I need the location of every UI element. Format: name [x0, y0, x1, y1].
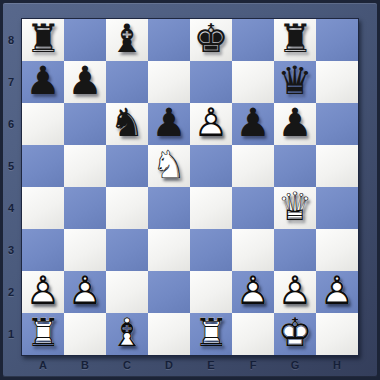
piece-white-pawn[interactable]: ♟♙ [22, 271, 64, 313]
piece-glyph-fill: ♟ [194, 103, 229, 142]
piece-glyph-solid: ♟ [236, 103, 271, 142]
square-a2[interactable]: ♟♙ [22, 271, 64, 313]
rank-label-1: 1 [2, 313, 20, 355]
square-d7[interactable] [148, 61, 190, 103]
file-label-b: B [64, 356, 106, 374]
square-h8[interactable] [316, 19, 358, 61]
piece-glyph-solid: ♞ [110, 103, 145, 142]
square-g5[interactable] [274, 145, 316, 187]
piece-black-king[interactable]: ♚ [190, 19, 232, 61]
square-b4[interactable] [64, 187, 106, 229]
piece-glyph-fill: ♜ [26, 313, 61, 352]
square-a1[interactable]: ♜♖ [22, 313, 64, 355]
square-b8[interactable] [64, 19, 106, 61]
square-f6[interactable]: ♟ [232, 103, 274, 145]
piece-glyph-fill: ♟ [236, 271, 271, 310]
piece-glyph-outline: ♖ [194, 313, 229, 352]
piece-glyph-outline: ♗ [110, 313, 145, 352]
square-c8[interactable]: ♝ [106, 19, 148, 61]
square-f2[interactable]: ♟♙ [232, 271, 274, 313]
square-g6[interactable]: ♟ [274, 103, 316, 145]
square-b2[interactable]: ♟♙ [64, 271, 106, 313]
rank-label-2: 2 [2, 271, 20, 313]
rank-label-3: 3 [2, 229, 20, 271]
square-h1[interactable] [316, 313, 358, 355]
square-e6[interactable]: ♟♙ [190, 103, 232, 145]
square-b3[interactable] [64, 229, 106, 271]
piece-black-pawn[interactable]: ♟ [148, 103, 190, 145]
square-d4[interactable] [148, 187, 190, 229]
piece-glyph-outline: ♙ [278, 271, 313, 310]
file-label-g: G [274, 356, 316, 374]
square-g4[interactable]: ♛♕ [274, 187, 316, 229]
square-h5[interactable] [316, 145, 358, 187]
square-g2[interactable]: ♟♙ [274, 271, 316, 313]
square-d3[interactable] [148, 229, 190, 271]
square-d6[interactable]: ♟ [148, 103, 190, 145]
piece-glyph-solid: ♟ [26, 61, 61, 100]
square-c4[interactable] [106, 187, 148, 229]
square-f5[interactable] [232, 145, 274, 187]
square-c7[interactable] [106, 61, 148, 103]
square-f8[interactable] [232, 19, 274, 61]
square-b1[interactable] [64, 313, 106, 355]
piece-glyph-fill: ♝ [110, 313, 145, 352]
piece-glyph-outline: ♖ [26, 313, 61, 352]
file-label-f: F [232, 356, 274, 374]
file-label-a: A [22, 356, 64, 374]
piece-white-pawn[interactable]: ♟♙ [274, 271, 316, 313]
piece-glyph-outline: ♙ [194, 103, 229, 142]
square-h6[interactable] [316, 103, 358, 145]
piece-black-knight[interactable]: ♞ [106, 103, 148, 145]
square-e5[interactable] [190, 145, 232, 187]
piece-black-queen[interactable]: ♛ [274, 61, 316, 103]
piece-white-bishop[interactable]: ♝♗ [106, 313, 148, 355]
square-f4[interactable] [232, 187, 274, 229]
piece-glyph-fill: ♟ [320, 271, 355, 310]
piece-black-rook[interactable]: ♜ [274, 19, 316, 61]
square-c2[interactable] [106, 271, 148, 313]
square-b6[interactable] [64, 103, 106, 145]
piece-glyph-fill: ♟ [26, 271, 61, 310]
rank-label-4: 4 [2, 187, 20, 229]
piece-glyph-fill: ♞ [152, 145, 187, 184]
rank-label-6: 6 [2, 103, 20, 145]
square-d2[interactable] [148, 271, 190, 313]
piece-glyph-solid: ♜ [278, 19, 313, 58]
square-c5[interactable] [106, 145, 148, 187]
square-e2[interactable] [190, 271, 232, 313]
square-a6[interactable] [22, 103, 64, 145]
square-f1[interactable] [232, 313, 274, 355]
square-e1[interactable]: ♜♖ [190, 313, 232, 355]
piece-glyph-solid: ♟ [278, 103, 313, 142]
piece-black-rook[interactable]: ♜ [22, 19, 64, 61]
piece-black-bishop[interactable]: ♝ [106, 19, 148, 61]
square-a7[interactable]: ♟ [22, 61, 64, 103]
piece-white-rook[interactable]: ♜♖ [190, 313, 232, 355]
square-a8[interactable]: ♜ [22, 19, 64, 61]
square-d5[interactable]: ♞♘ [148, 145, 190, 187]
square-a4[interactable] [22, 187, 64, 229]
piece-white-pawn[interactable]: ♟♙ [232, 271, 274, 313]
rank-labels: 87654321 [2, 19, 20, 355]
piece-glyph-outline: ♕ [278, 187, 313, 226]
piece-glyph-fill: ♟ [278, 271, 313, 310]
square-d1[interactable] [148, 313, 190, 355]
square-g1[interactable]: ♚♔ [274, 313, 316, 355]
piece-white-queen[interactable]: ♛♕ [274, 187, 316, 229]
piece-white-pawn[interactable]: ♟♙ [64, 271, 106, 313]
piece-white-pawn[interactable]: ♟♙ [316, 271, 358, 313]
rank-label-5: 5 [2, 145, 20, 187]
square-b7[interactable]: ♟ [64, 61, 106, 103]
piece-white-king[interactable]: ♚♔ [274, 313, 316, 355]
piece-glyph-solid: ♟ [68, 61, 103, 100]
piece-black-pawn[interactable]: ♟ [64, 61, 106, 103]
square-f7[interactable] [232, 61, 274, 103]
square-e7[interactable] [190, 61, 232, 103]
file-label-c: C [106, 356, 148, 374]
piece-glyph-fill: ♛ [278, 187, 313, 226]
piece-glyph-outline: ♔ [278, 313, 313, 352]
chess-board: ♜♝♚♜♟♟♛♞♟♟♙♟♟♞♘♛♕♟♙♟♙♟♙♟♙♟♙♜♖♝♗♜♖♚♔ [21, 18, 359, 356]
piece-black-pawn[interactable]: ♟ [232, 103, 274, 145]
square-c6[interactable]: ♞ [106, 103, 148, 145]
square-a3[interactable] [22, 229, 64, 271]
file-labels: ABCDEFGH [22, 356, 358, 374]
piece-glyph-solid: ♜ [26, 19, 61, 58]
square-g8[interactable]: ♜ [274, 19, 316, 61]
square-e8[interactable]: ♚ [190, 19, 232, 61]
chess-board-widget: 87654321 ABCDEFGH ♜♝♚♜♟♟♛♞♟♟♙♟♟♞♘♛♕♟♙♟♙♟… [0, 0, 380, 380]
piece-black-pawn[interactable]: ♟ [22, 61, 64, 103]
piece-glyph-outline: ♙ [26, 271, 61, 310]
piece-white-pawn[interactable]: ♟♙ [190, 103, 232, 145]
piece-glyph-solid: ♚ [194, 19, 229, 58]
piece-glyph-fill: ♜ [194, 313, 229, 352]
square-c3[interactable] [106, 229, 148, 271]
piece-white-knight[interactable]: ♞♘ [148, 145, 190, 187]
piece-white-rook[interactable]: ♜♖ [22, 313, 64, 355]
piece-glyph-fill: ♚ [278, 313, 313, 352]
square-d8[interactable] [148, 19, 190, 61]
piece-glyph-solid: ♛ [278, 61, 313, 100]
piece-glyph-solid: ♟ [152, 103, 187, 142]
square-h3[interactable] [316, 229, 358, 271]
square-e4[interactable] [190, 187, 232, 229]
piece-glyph-fill: ♟ [68, 271, 103, 310]
square-h4[interactable] [316, 187, 358, 229]
square-g7[interactable]: ♛ [274, 61, 316, 103]
square-h2[interactable]: ♟♙ [316, 271, 358, 313]
rank-label-8: 8 [2, 19, 20, 61]
square-g3[interactable] [274, 229, 316, 271]
piece-glyph-outline: ♙ [320, 271, 355, 310]
square-b5[interactable] [64, 145, 106, 187]
square-c1[interactable]: ♝♗ [106, 313, 148, 355]
piece-glyph-outline: ♘ [152, 145, 187, 184]
file-label-h: H [316, 356, 358, 374]
file-label-e: E [190, 356, 232, 374]
square-e3[interactable] [190, 229, 232, 271]
square-h7[interactable] [316, 61, 358, 103]
piece-glyph-solid: ♝ [110, 19, 145, 58]
file-label-d: D [148, 356, 190, 374]
square-a5[interactable] [22, 145, 64, 187]
rank-label-7: 7 [2, 61, 20, 103]
square-f3[interactable] [232, 229, 274, 271]
piece-black-pawn[interactable]: ♟ [274, 103, 316, 145]
piece-glyph-outline: ♙ [68, 271, 103, 310]
piece-glyph-outline: ♙ [236, 271, 271, 310]
